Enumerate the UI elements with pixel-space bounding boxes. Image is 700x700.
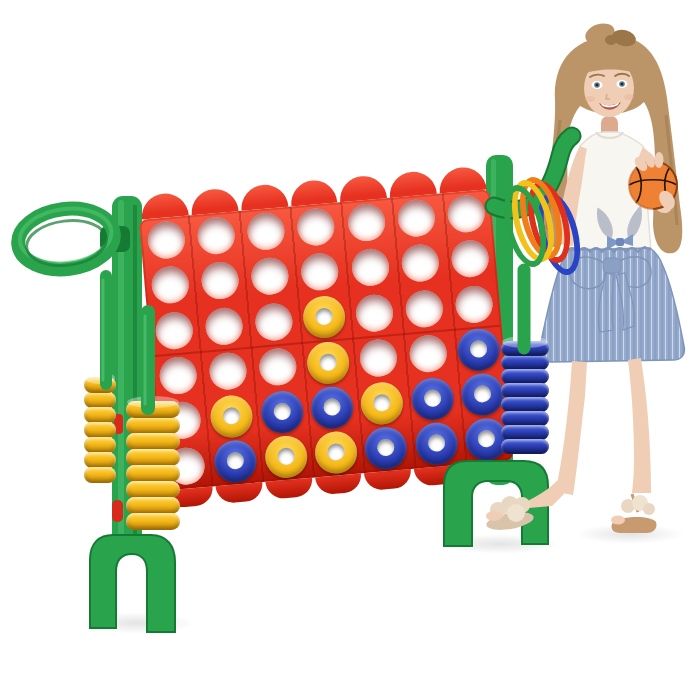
product-photo-stage: [0, 0, 700, 700]
pegs-and-hook-layer: [0, 0, 700, 700]
hanging-rings: [506, 176, 576, 266]
